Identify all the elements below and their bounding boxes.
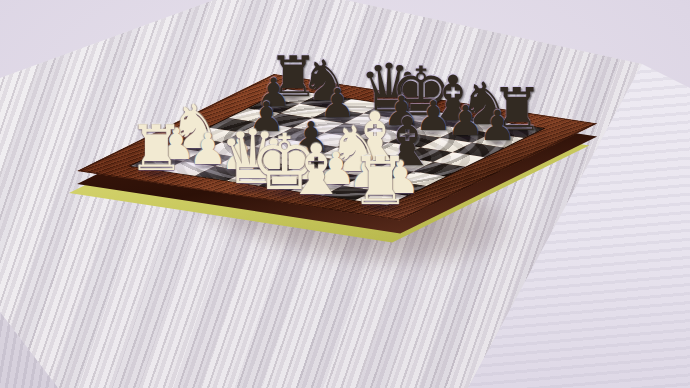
piece-white-rook-h1[interactable]: ♜	[351, 149, 410, 215]
piece-white-rook-a1[interactable]: ♜	[128, 117, 184, 180]
piece-white-bishop-f1[interactable]: ♝	[285, 135, 348, 205]
piece-black-pawn-h7[interactable]: ♟	[479, 105, 516, 147]
chess-scene: ♜♞♛♚♝♞♜♟♟♟♟♟♟♟♟♝♝♞♞♟♟♟♟♟♟♟♜♛♚♝♜	[0, 0, 690, 388]
